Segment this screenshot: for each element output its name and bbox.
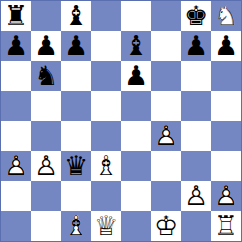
square-h2[interactable]: ♟♙ (211, 181, 241, 211)
square-f4[interactable]: ♟♙ (151, 121, 181, 151)
square-b8[interactable] (31, 1, 61, 31)
square-g1[interactable] (181, 211, 211, 241)
square-a2[interactable] (1, 181, 31, 211)
square-c8[interactable]: ♝ (61, 1, 91, 31)
square-h1[interactable]: ♜♖ (211, 211, 241, 241)
square-b5[interactable] (31, 91, 61, 121)
white-king-piece[interactable]: ♚♔ (151, 211, 181, 241)
square-e7[interactable]: ♝ (121, 31, 151, 61)
square-b4[interactable] (31, 121, 61, 151)
white-bishop-piece[interactable]: ♝♗ (61, 211, 91, 241)
square-d4[interactable] (91, 121, 121, 151)
square-f5[interactable] (151, 91, 181, 121)
square-d2[interactable] (91, 181, 121, 211)
square-e5[interactable] (121, 91, 151, 121)
square-a4[interactable] (1, 121, 31, 151)
square-h7[interactable]: ♟ (211, 31, 241, 61)
square-d6[interactable] (91, 61, 121, 91)
square-g7[interactable]: ♟ (181, 31, 211, 61)
square-e8[interactable] (121, 1, 151, 31)
square-f6[interactable] (151, 61, 181, 91)
black-pawn-piece[interactable]: ♟ (31, 31, 61, 61)
square-h3[interactable] (211, 151, 241, 181)
white-pawn-piece[interactable]: ♟♙ (31, 151, 61, 181)
black-queen-piece[interactable]: ♛ (61, 151, 91, 181)
white-pawn-piece[interactable]: ♟♙ (181, 181, 211, 211)
white-pawn-piece[interactable]: ♟♙ (151, 121, 181, 151)
black-rook-piece[interactable]: ♜ (1, 1, 31, 31)
square-d8[interactable] (91, 1, 121, 31)
square-h6[interactable] (211, 61, 241, 91)
square-d7[interactable] (91, 31, 121, 61)
square-c3[interactable]: ♛ (61, 151, 91, 181)
square-c7[interactable]: ♟ (61, 31, 91, 61)
square-a8[interactable]: ♜ (1, 1, 31, 31)
square-h4[interactable] (211, 121, 241, 151)
black-bishop-piece[interactable]: ♝ (61, 1, 91, 31)
square-a5[interactable] (1, 91, 31, 121)
square-h5[interactable] (211, 91, 241, 121)
square-e1[interactable] (121, 211, 151, 241)
black-pawn-piece[interactable]: ♟ (61, 31, 91, 61)
white-pawn-piece[interactable]: ♟♙ (1, 151, 31, 181)
white-knight-piece[interactable]: ♞♘ (211, 1, 241, 31)
black-pawn-piece[interactable]: ♟ (121, 61, 151, 91)
square-f3[interactable] (151, 151, 181, 181)
square-e4[interactable] (121, 121, 151, 151)
black-knight-piece[interactable]: ♞ (31, 61, 61, 91)
square-f8[interactable] (151, 1, 181, 31)
square-b7[interactable]: ♟ (31, 31, 61, 61)
square-d5[interactable] (91, 91, 121, 121)
square-c2[interactable] (61, 181, 91, 211)
square-a3[interactable]: ♟♙ (1, 151, 31, 181)
chess-board: ♜♝♚♞♘♟♟♟♝♟♟♞♟♟♙♟♙♟♙♛♝♗♟♙♟♙♝♗♛♕♚♔♜♖ (0, 0, 242, 242)
square-a1[interactable] (1, 211, 31, 241)
black-bishop-piece[interactable]: ♝ (121, 31, 151, 61)
square-a6[interactable] (1, 61, 31, 91)
black-pawn-piece[interactable]: ♟ (1, 31, 31, 61)
square-c1[interactable]: ♝♗ (61, 211, 91, 241)
square-g8[interactable]: ♚ (181, 1, 211, 31)
black-pawn-piece[interactable]: ♟ (181, 31, 211, 61)
square-g4[interactable] (181, 121, 211, 151)
square-g3[interactable] (181, 151, 211, 181)
square-b1[interactable] (31, 211, 61, 241)
square-a7[interactable]: ♟ (1, 31, 31, 61)
white-bishop-piece[interactable]: ♝♗ (91, 151, 121, 181)
square-e6[interactable]: ♟ (121, 61, 151, 91)
square-b3[interactable]: ♟♙ (31, 151, 61, 181)
square-c5[interactable] (61, 91, 91, 121)
square-e2[interactable] (121, 181, 151, 211)
square-g5[interactable] (181, 91, 211, 121)
white-rook-piece[interactable]: ♜♖ (211, 211, 241, 241)
square-h8[interactable]: ♞♘ (211, 1, 241, 31)
square-e3[interactable] (121, 151, 151, 181)
square-g2[interactable]: ♟♙ (181, 181, 211, 211)
white-pawn-piece[interactable]: ♟♙ (211, 181, 241, 211)
square-d3[interactable]: ♝♗ (91, 151, 121, 181)
square-f2[interactable] (151, 181, 181, 211)
square-c4[interactable] (61, 121, 91, 151)
square-c6[interactable] (61, 61, 91, 91)
square-f1[interactable]: ♚♔ (151, 211, 181, 241)
square-d1[interactable]: ♛♕ (91, 211, 121, 241)
square-b6[interactable]: ♞ (31, 61, 61, 91)
black-king-piece[interactable]: ♚ (181, 1, 211, 31)
square-b2[interactable] (31, 181, 61, 211)
black-pawn-piece[interactable]: ♟ (211, 31, 241, 61)
white-queen-piece[interactable]: ♛♕ (91, 211, 121, 241)
square-g6[interactable] (181, 61, 211, 91)
square-f7[interactable] (151, 31, 181, 61)
